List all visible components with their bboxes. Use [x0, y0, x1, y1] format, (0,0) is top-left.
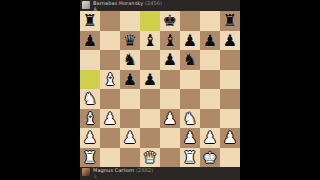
square-a2[interactable]: ♟	[80, 128, 100, 148]
player-info-bottom: Magnus Carlsen (2882) ♟	[93, 168, 153, 179]
black-knight[interactable]: ♞	[183, 50, 197, 70]
player-bar-top: Barnabas Horansky (2456) ♙	[80, 0, 240, 11]
black-pawn[interactable]: ♟	[123, 70, 137, 90]
white-pawn[interactable]: ♟	[123, 128, 137, 148]
square-b8[interactable]	[100, 11, 120, 31]
square-h8[interactable]: ♜	[220, 11, 240, 31]
square-d1[interactable]: ♛	[140, 148, 160, 168]
white-queen[interactable]: ♛	[143, 148, 157, 168]
captured-pieces-bottom: ♟	[93, 174, 153, 179]
square-g6[interactable]	[200, 50, 220, 70]
square-g3[interactable]	[200, 109, 220, 129]
square-f7[interactable]: ♟	[180, 31, 200, 51]
white-pawn[interactable]: ♟	[203, 128, 217, 148]
square-b6[interactable]	[100, 50, 120, 70]
player-rating-bottom: (2882)	[136, 167, 153, 173]
square-f3[interactable]: ♞	[180, 109, 200, 129]
square-f8[interactable]	[180, 11, 200, 31]
square-c3[interactable]	[120, 109, 140, 129]
square-e7[interactable]: ♝	[160, 31, 180, 51]
black-queen[interactable]: ♛	[123, 31, 137, 51]
player-avatar-top[interactable]	[82, 1, 90, 9]
black-rook[interactable]: ♜	[83, 11, 97, 31]
square-h5[interactable]	[220, 70, 240, 90]
white-knight[interactable]: ♞	[83, 89, 97, 109]
square-a5[interactable]	[80, 70, 100, 90]
player-bar-bottom: Magnus Carlsen (2882) ♟	[80, 167, 240, 180]
video-frame: Barnabas Horansky (2456) ♙ ♜♚♜♟♛♝♝♟♟♟♞♟♞…	[0, 0, 320, 180]
square-e5[interactable]	[160, 70, 180, 90]
black-king[interactable]: ♚	[163, 11, 177, 31]
letterbox-left	[0, 0, 80, 180]
square-f4[interactable]	[180, 89, 200, 109]
player-avatar-bottom[interactable]	[82, 168, 90, 176]
square-b5[interactable]: ♝	[100, 70, 120, 90]
game-panel: Barnabas Horansky (2456) ♙ ♜♚♜♟♛♝♝♟♟♟♞♟♞…	[80, 0, 240, 180]
square-c7[interactable]: ♛	[120, 31, 140, 51]
square-f6[interactable]: ♞	[180, 50, 200, 70]
black-pawn[interactable]: ♟	[223, 31, 237, 51]
player-rating-top: (2456)	[145, 0, 162, 6]
square-c2[interactable]: ♟	[120, 128, 140, 148]
player-name-text-bottom: Magnus Carlsen	[93, 167, 134, 173]
white-bishop[interactable]: ♝	[103, 70, 117, 90]
black-bishop[interactable]: ♝	[163, 31, 177, 51]
square-c6[interactable]: ♞	[120, 50, 140, 70]
square-c8[interactable]	[120, 11, 140, 31]
square-d5[interactable]: ♟	[140, 70, 160, 90]
square-g8[interactable]	[200, 11, 220, 31]
square-b3[interactable]: ♟	[100, 109, 120, 129]
square-f1[interactable]: ♜	[180, 148, 200, 168]
square-h7[interactable]: ♟	[220, 31, 240, 51]
letterbox-right	[240, 0, 320, 180]
black-pawn[interactable]: ♟	[183, 31, 197, 51]
white-pawn[interactable]: ♟	[83, 128, 97, 148]
square-h6[interactable]	[220, 50, 240, 70]
square-f2[interactable]: ♟	[180, 128, 200, 148]
player-name-bottom: Magnus Carlsen (2882)	[93, 168, 153, 173]
square-a8[interactable]: ♜	[80, 11, 100, 31]
square-h2[interactable]: ♟	[220, 128, 240, 148]
square-e6[interactable]: ♟	[160, 50, 180, 70]
square-d2[interactable]	[140, 128, 160, 148]
square-d4[interactable]	[140, 89, 160, 109]
square-g7[interactable]: ♟	[200, 31, 220, 51]
white-bishop[interactable]: ♝	[83, 109, 97, 129]
square-e2[interactable]	[160, 128, 180, 148]
square-a1[interactable]: ♜	[80, 148, 100, 168]
square-b4[interactable]	[100, 89, 120, 109]
player-name-top: Barnabas Horansky (2456)	[93, 1, 162, 6]
square-e1[interactable]	[160, 148, 180, 168]
captured-black-pawn-icon: ♟	[93, 173, 97, 179]
square-d7[interactable]: ♝	[140, 31, 160, 51]
white-pawn[interactable]: ♟	[183, 128, 197, 148]
square-b1[interactable]	[100, 148, 120, 168]
square-c4[interactable]	[120, 89, 140, 109]
square-a7[interactable]: ♟	[80, 31, 100, 51]
square-g5[interactable]	[200, 70, 220, 90]
square-b2[interactable]	[100, 128, 120, 148]
square-d3[interactable]	[140, 109, 160, 129]
square-d6[interactable]	[140, 50, 160, 70]
white-knight[interactable]: ♞	[183, 109, 197, 129]
black-pawn[interactable]: ♟	[143, 70, 157, 90]
white-pawn[interactable]: ♟	[163, 109, 177, 129]
black-rook[interactable]: ♜	[223, 11, 237, 31]
white-pawn[interactable]: ♟	[103, 109, 117, 129]
square-h1[interactable]	[220, 148, 240, 168]
chess-board[interactable]: ♜♚♜♟♛♝♝♟♟♟♞♟♞♝♟♟♞♝♟♟♞♟♟♟♟♟♜♛♜♚	[80, 11, 240, 167]
black-pawn[interactable]: ♟	[203, 31, 217, 51]
square-c1[interactable]	[120, 148, 140, 168]
square-d8[interactable]	[140, 11, 160, 31]
square-b7[interactable]	[100, 31, 120, 51]
player-name-text-top: Barnabas Horansky	[93, 0, 143, 6]
square-f5[interactable]	[180, 70, 200, 90]
black-pawn[interactable]: ♟	[83, 31, 97, 51]
white-pawn[interactable]: ♟	[223, 128, 237, 148]
square-g4[interactable]	[200, 89, 220, 109]
square-h3[interactable]	[220, 109, 240, 129]
white-king[interactable]: ♚	[203, 148, 217, 168]
square-a3[interactable]: ♝	[80, 109, 100, 129]
square-h4[interactable]	[220, 89, 240, 109]
square-g2[interactable]: ♟	[200, 128, 220, 148]
square-e8[interactable]: ♚	[160, 11, 180, 31]
square-a6[interactable]	[80, 50, 100, 70]
white-rook[interactable]: ♜	[183, 148, 197, 168]
black-pawn[interactable]: ♟	[163, 50, 177, 70]
square-g1[interactable]: ♚	[200, 148, 220, 168]
white-rook[interactable]: ♜	[83, 148, 97, 168]
square-c5[interactable]: ♟	[120, 70, 140, 90]
black-knight[interactable]: ♞	[123, 50, 137, 70]
square-e3[interactable]: ♟	[160, 109, 180, 129]
black-bishop[interactable]: ♝	[143, 31, 157, 51]
square-e4[interactable]	[160, 89, 180, 109]
square-a4[interactable]: ♞	[80, 89, 100, 109]
